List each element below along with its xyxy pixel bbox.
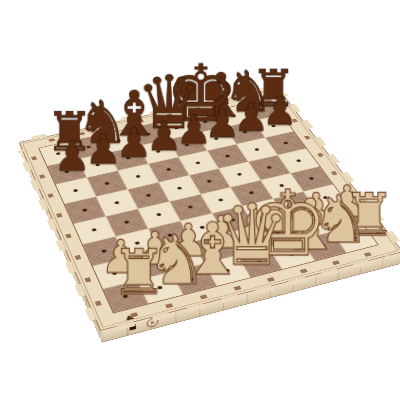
drill-dot: [123, 295, 129, 299]
drill-dot: [145, 133, 150, 136]
drill-dot: [56, 152, 61, 155]
drill-dot: [95, 163, 100, 166]
drill-dot: [156, 213, 161, 216]
drill-dot: [179, 255, 184, 259]
drill-dot: [283, 141, 288, 144]
square-h4: [291, 166, 333, 191]
drill-dot: [135, 242, 140, 246]
drill-dot: [271, 124, 276, 127]
piece-dark-knight: ♞: [76, 93, 107, 152]
drill-dot: [146, 263, 151, 267]
drill-dot: [92, 228, 97, 231]
drill-dot: [64, 170, 69, 173]
drill-dot: [259, 108, 264, 111]
chess-board: ♜♞♝♛♚♝♞♜♟♟♟♟♟♟♟♟♟♟♟♟♟♟♟♟♜♞♝♛♚♝♞♜: [19, 87, 400, 331]
drill-dot: [254, 148, 259, 151]
drill-dot: [289, 252, 295, 256]
drill-dot: [231, 114, 236, 117]
drill-dot: [321, 244, 327, 248]
drill-dot: [337, 216, 342, 219]
drill-dot: [101, 250, 106, 254]
frame-triangle-mark: [124, 314, 135, 321]
drill-dot: [243, 131, 248, 134]
drill-dot: [145, 194, 150, 197]
drill-dot: [225, 154, 230, 157]
drill-dot: [155, 150, 160, 153]
drill-dot: [231, 218, 236, 221]
piece-dark-rook: ♜: [251, 63, 280, 114]
drill-dot: [262, 211, 267, 214]
maker-emblem: [147, 317, 159, 329]
drill-dot: [279, 184, 284, 187]
drill-dot: [104, 182, 109, 185]
drill-dot: [196, 161, 201, 164]
square-h1: ♜: [333, 224, 378, 252]
drill-dot: [185, 143, 190, 146]
drill-dot: [82, 208, 87, 211]
piece-dark-rook: ♜: [45, 105, 76, 159]
piece-dark-queen: ♛: [136, 66, 166, 140]
drill-dot: [116, 139, 121, 142]
drill-dot: [352, 236, 358, 240]
drill-dot: [267, 166, 272, 169]
drill-dot: [191, 277, 197, 281]
drill-dot: [125, 157, 130, 160]
drill-dot: [257, 261, 263, 265]
drill-dot: [114, 201, 119, 204]
drill-dot: [166, 168, 171, 171]
drill-dot: [167, 234, 172, 238]
piece-dark-bishop: ♝: [106, 83, 136, 146]
drill-dot: [188, 206, 193, 209]
drill-dot: [293, 203, 298, 206]
drill-dot: [73, 189, 78, 192]
drill-dot: [309, 177, 314, 180]
drill-dot: [275, 231, 280, 234]
drill-dot: [211, 247, 216, 251]
drill-dot: [203, 120, 208, 123]
side-panel-slot: [129, 324, 136, 330]
drill-dot: [214, 137, 219, 140]
drill-dot: [237, 172, 242, 175]
drill-dot: [135, 175, 140, 178]
drill-dot: [124, 221, 129, 224]
drill-dot: [244, 239, 249, 243]
drill-dot: [249, 191, 254, 194]
drill-dot: [86, 146, 91, 149]
drill-dot: [174, 126, 179, 129]
drill-dot: [224, 269, 230, 273]
drill-dot: [306, 223, 311, 226]
drill-dot: [296, 159, 301, 162]
drill-dot: [323, 196, 328, 199]
drill-dot: [112, 272, 117, 276]
drill-dot: [207, 179, 212, 182]
drill-dot: [157, 286, 163, 290]
drill-dot: [176, 186, 181, 189]
drill-dot: [199, 226, 204, 229]
product-photo-scene: ♜♞♝♛♚♝♞♜♟♟♟♟♟♟♟♟♟♟♟♟♟♟♟♟♜♞♝♛♚♝♞♜: [0, 0, 400, 400]
drill-dot: [219, 198, 224, 201]
